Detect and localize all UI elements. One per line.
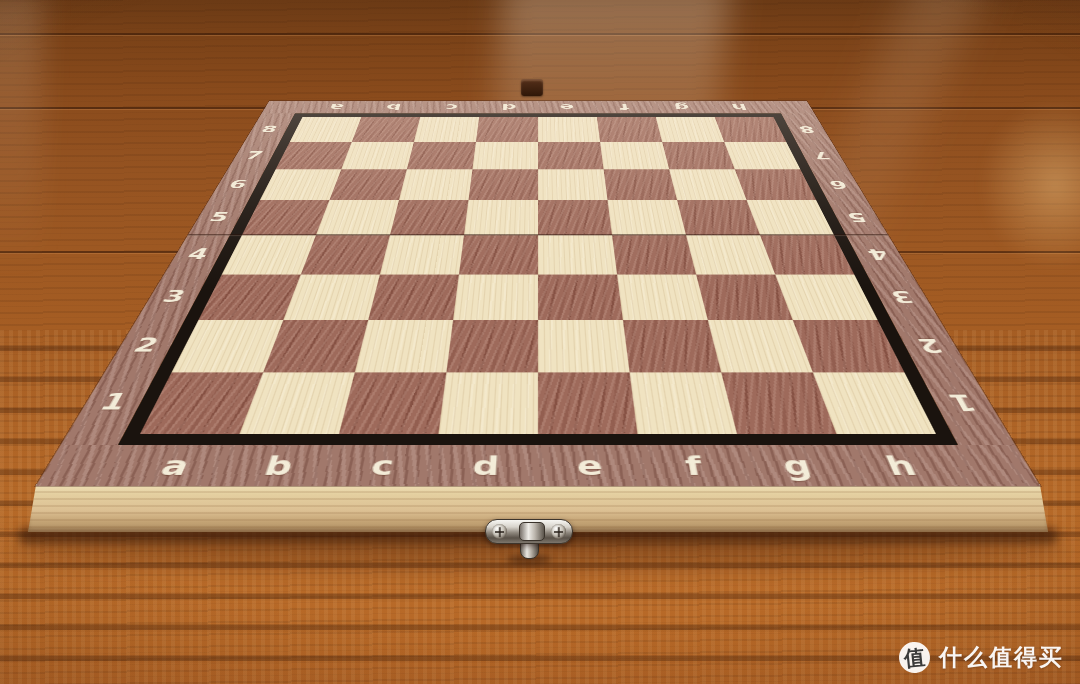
table-highlight	[980, 100, 1080, 270]
distance-haze	[36, 101, 1040, 486]
window-reflection	[0, 0, 42, 270]
brand-watermark: 值 什么值得买	[899, 642, 1064, 673]
screw-icon	[551, 524, 566, 539]
clasp-post	[519, 522, 545, 541]
plank-seam	[0, 33, 1080, 35]
screw-icon	[492, 524, 507, 539]
hinge	[521, 79, 543, 96]
watermark-text: 什么值得买	[939, 642, 1064, 673]
clasp-latch	[483, 515, 573, 563]
board-shadow	[18, 528, 1058, 544]
chess-board: abcdefgh abcdefgh 87654321 87654321	[36, 101, 1040, 486]
clasp-pin	[520, 531, 539, 559]
clasp-plate	[485, 519, 573, 544]
fold-seam	[188, 234, 889, 235]
clasp-shadow	[507, 555, 551, 564]
board-shadow	[6, 534, 1070, 568]
smzdm-logo-icon: 值	[897, 640, 931, 674]
board-side-edge	[28, 484, 1048, 532]
photo-stage: abcdefgh abcdefgh 87654321 87654321 值 什么…	[0, 0, 1080, 684]
